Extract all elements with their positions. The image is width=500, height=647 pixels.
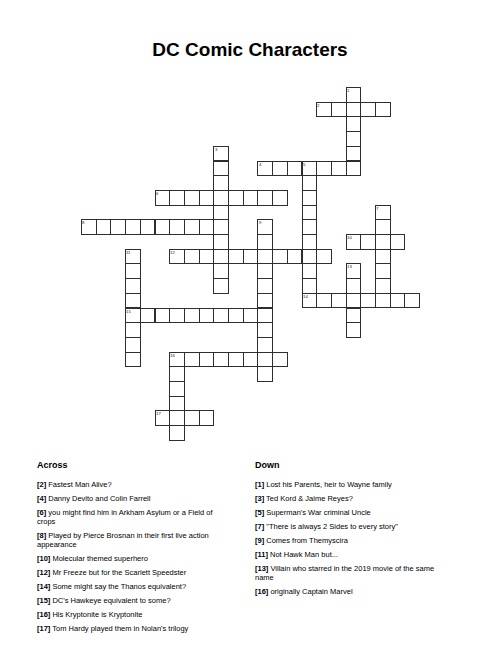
grid-cell-r1c19 xyxy=(360,102,376,118)
grid-cell-r23c6 xyxy=(169,425,185,441)
clue-number: [9] xyxy=(255,536,264,545)
grid-cell-r13c9 xyxy=(213,278,229,294)
clue-down-1: [1] Lost his Parents, heir to Wayne fami… xyxy=(255,480,445,489)
grid-cell-r7c6 xyxy=(169,190,185,206)
clue-across-2: [2] Fastest Man Alive? xyxy=(37,480,225,489)
grid-cell-r10c9 xyxy=(213,234,229,250)
grid-cell-r5c9 xyxy=(213,161,229,177)
clue-number: [13] xyxy=(255,564,268,573)
grid-cell-r15c11 xyxy=(243,308,259,324)
cell-number-1: 1 xyxy=(347,88,349,92)
grid-cell-r16c12 xyxy=(257,322,273,338)
grid-cell-r6c15 xyxy=(302,175,318,191)
grid-cell-r11c15 xyxy=(302,249,318,265)
cell-number-4: 4 xyxy=(259,162,261,166)
grid-cell-r15c12 xyxy=(257,308,273,324)
grid-cell-r1c18 xyxy=(346,102,362,118)
clue-number: [10] xyxy=(37,554,50,563)
grid-cell-r22c8 xyxy=(199,410,215,426)
clue-across-16: [16] His Kryptonite is Kryptonite xyxy=(37,610,225,619)
clue-across-14: [14] Some might say the Thanos equivalen… xyxy=(37,582,225,591)
grid-cell-r15c8 xyxy=(199,308,215,324)
grid-cell-r20c6 xyxy=(169,381,185,397)
grid-cell-r14c3 xyxy=(125,293,141,309)
grid-cell-r15c18 xyxy=(346,308,362,324)
grid-cell-r17c12 xyxy=(257,337,273,353)
across-clues-section: Across [2] Fastest Man Alive?[4] Danny D… xyxy=(37,460,225,638)
clue-down-13: [13] Villain who starred in the 2019 mov… xyxy=(255,564,445,582)
clue-across-15: [15] DC's Hawkeye equivalent to some? xyxy=(37,596,225,605)
cell-number-16: 16 xyxy=(170,353,175,357)
page-title: DC Comic Characters xyxy=(0,39,500,61)
across-header: Across xyxy=(37,460,225,470)
grid-cell-r7c12 xyxy=(257,190,273,206)
grid-cell-r4c18 xyxy=(346,146,362,162)
clue-number: [15] xyxy=(37,596,50,605)
clue-down-7: [7] "There is always 2 Sides to every st… xyxy=(255,522,445,531)
cell-number-17: 17 xyxy=(156,411,161,415)
grid-cell-r12c20 xyxy=(375,263,391,279)
grid-cell-r13c12 xyxy=(257,278,273,294)
clue-across-8: [8] Played by Pierce Brosnan in their fi… xyxy=(37,531,225,549)
grid-cell-r9c9 xyxy=(213,219,229,235)
grid-cell-r5c13 xyxy=(272,161,288,177)
grid-cell-r12c9 xyxy=(213,263,229,279)
clue-down-3: [3] Ted Kord & Jaime Reyes? xyxy=(255,494,445,503)
clue-across-10: [10] Molecular themed superhero xyxy=(37,554,225,563)
cell-number-7: 7 xyxy=(376,206,378,210)
grid-cell-r14c12 xyxy=(257,293,273,309)
grid-cell-r14c18 xyxy=(346,293,362,309)
clue-number: [14] xyxy=(37,582,50,591)
grid-cell-r5c18 xyxy=(346,161,362,177)
cell-number-11: 11 xyxy=(126,250,130,254)
grid-cell-r18c9 xyxy=(213,352,229,368)
grid-cell-r13c20 xyxy=(375,278,391,294)
across-clues-list: [2] Fastest Man Alive?[4] Danny Devito a… xyxy=(37,480,225,633)
grid-cell-r6c9 xyxy=(213,175,229,191)
grid-cell-r7c13 xyxy=(272,190,288,206)
grid-cell-r9c2 xyxy=(110,219,126,235)
grid-cell-r12c3 xyxy=(125,263,141,279)
grid-cell-r11c11 xyxy=(243,249,259,265)
grid-cell-r1c17 xyxy=(331,102,347,118)
grid-cell-r14c16 xyxy=(316,293,332,309)
crossword-page: DC Comic Characters 12345678910111213141… xyxy=(0,0,500,647)
grid-cell-r22c6 xyxy=(169,410,185,426)
grid-cell-r15c4 xyxy=(140,308,156,324)
clue-number: [2] xyxy=(37,480,46,489)
grid-cell-r7c15 xyxy=(302,190,318,206)
clue-down-9: [9] Comes from Themyscira xyxy=(255,536,445,545)
grid-cell-r3c18 xyxy=(346,131,362,147)
grid-cell-r12c15 xyxy=(302,263,318,279)
cell-number-8: 8 xyxy=(82,220,84,224)
grid-cell-r15c9 xyxy=(213,308,229,324)
grid-cell-r16c3 xyxy=(125,322,141,338)
clue-down-11: [11] Not Hawk Man but... xyxy=(255,550,445,559)
cell-number-15: 15 xyxy=(126,309,131,313)
grid-cell-r18c8 xyxy=(199,352,215,368)
cell-number-13: 13 xyxy=(347,264,352,268)
clue-number: [6] xyxy=(37,508,46,517)
cell-number-12: 12 xyxy=(170,250,175,254)
grid-cell-r14c19 xyxy=(360,293,376,309)
cell-number-5: 5 xyxy=(303,162,305,166)
grid-cell-r7c8 xyxy=(199,190,215,206)
grid-cell-r10c20 xyxy=(375,234,391,250)
grid-cell-r19c6 xyxy=(169,366,185,382)
clue-number: [5] xyxy=(255,508,264,517)
grid-cell-r7c11 xyxy=(243,190,259,206)
clue-number: [11] xyxy=(255,550,268,559)
grid-cell-r10c21 xyxy=(390,234,406,250)
grid-cell-r11c9 xyxy=(213,249,229,265)
grid-cell-r15c10 xyxy=(228,308,244,324)
grid-cell-r14c21 xyxy=(390,293,406,309)
clue-number: [3] xyxy=(255,494,264,503)
grid-cell-r11c20 xyxy=(375,249,391,265)
grid-cell-r7c9 xyxy=(213,190,229,206)
down-clues-section: Down [1] Lost his Parents, heir to Wayne… xyxy=(255,460,445,601)
clue-number: [17] xyxy=(37,624,50,633)
grid-cell-r22c7 xyxy=(184,410,200,426)
grid-cell-r11c8 xyxy=(199,249,215,265)
grid-cell-r18c12 xyxy=(257,352,273,368)
grid-cell-r9c20 xyxy=(375,219,391,235)
clue-number: [12] xyxy=(37,568,50,577)
grid-cell-r11c10 xyxy=(228,249,244,265)
grid-cell-r19c12 xyxy=(257,366,273,382)
clue-number: [8] xyxy=(37,531,46,540)
grid-cell-r13c3 xyxy=(125,278,141,294)
grid-cell-r5c16 xyxy=(316,161,332,177)
clue-across-12: [12] Mr Freeze but for the Scarlett Spee… xyxy=(37,568,225,577)
crossword-grid: 1234567891011121314151617 xyxy=(81,87,420,441)
grid-cell-r10c12 xyxy=(257,234,273,250)
grid-cell-r5c14 xyxy=(287,161,303,177)
clue-across-6: [6] you might find him in Arkham Asylum … xyxy=(37,508,225,526)
grid-cell-r8c9 xyxy=(213,205,229,221)
grid-cell-r13c18 xyxy=(346,278,362,294)
grid-cell-r11c13 xyxy=(272,249,288,265)
cell-number-3: 3 xyxy=(215,147,217,151)
grid-cell-r9c5 xyxy=(155,219,171,235)
cell-number-9: 9 xyxy=(259,220,261,224)
grid-cell-r2c18 xyxy=(346,116,362,132)
grid-cell-r9c15 xyxy=(302,219,318,235)
cell-number-14: 14 xyxy=(303,294,308,298)
grid-cell-r5c17 xyxy=(331,161,347,177)
grid-cell-r15c6 xyxy=(169,308,185,324)
down-clues-list: [1] Lost his Parents, heir to Wayne fami… xyxy=(255,480,445,596)
grid-cell-r9c6 xyxy=(169,219,185,235)
cell-number-6: 6 xyxy=(156,191,158,195)
grid-cell-r7c7 xyxy=(184,190,200,206)
grid-cell-r10c19 xyxy=(360,234,376,250)
grid-cell-r15c5 xyxy=(155,308,171,324)
grid-cell-r9c7 xyxy=(184,219,200,235)
clue-number: [16] xyxy=(37,610,50,619)
grid-cell-r9c8 xyxy=(199,219,215,235)
grid-cell-r18c10 xyxy=(228,352,244,368)
grid-cell-r21c6 xyxy=(169,396,185,412)
cell-number-10: 10 xyxy=(347,235,352,239)
grid-cell-r1c20 xyxy=(375,102,391,118)
grid-cell-r9c4 xyxy=(140,219,156,235)
clue-across-17: [17] Tom Hardy played them in Nolan's tr… xyxy=(37,624,225,633)
clue-down-16: [16] originally Captain Marvel xyxy=(255,587,445,596)
grid-cell-r18c11 xyxy=(243,352,259,368)
grid-cell-r9c1 xyxy=(96,219,112,235)
grid-cell-r18c7 xyxy=(184,352,200,368)
grid-cell-r8c15 xyxy=(302,205,318,221)
grid-cell-r10c15 xyxy=(302,234,318,250)
clue-number: [1] xyxy=(255,480,264,489)
grid-cell-r18c3 xyxy=(125,352,141,368)
clue-across-4: [4] Danny Devito and Colin Farrell xyxy=(37,494,225,503)
grid-cell-r16c18 xyxy=(346,322,362,338)
grid-cell-r14c20 xyxy=(375,293,391,309)
grid-cell-r11c12 xyxy=(257,249,273,265)
grid-cell-r14c17 xyxy=(331,293,347,309)
clue-down-5: [5] Superman's War criminal Uncle xyxy=(255,508,445,517)
grid-cell-r15c7 xyxy=(184,308,200,324)
grid-cell-r18c13 xyxy=(272,352,288,368)
down-header: Down xyxy=(255,460,445,470)
grid-cell-r11c7 xyxy=(184,249,200,265)
grid-cell-r13c15 xyxy=(302,278,318,294)
grid-cell-r14c22 xyxy=(404,293,420,309)
clue-number: [4] xyxy=(37,494,46,503)
grid-cell-r7c10 xyxy=(228,190,244,206)
clue-number: [16] xyxy=(255,587,268,596)
grid-cell-r9c3 xyxy=(125,219,141,235)
clue-number: [7] xyxy=(255,522,264,531)
grid-cell-r17c3 xyxy=(125,337,141,353)
grid-cell-r12c12 xyxy=(257,263,273,279)
grid-cell-r11c16 xyxy=(316,249,332,265)
grid-cell-r11c14 xyxy=(287,249,303,265)
